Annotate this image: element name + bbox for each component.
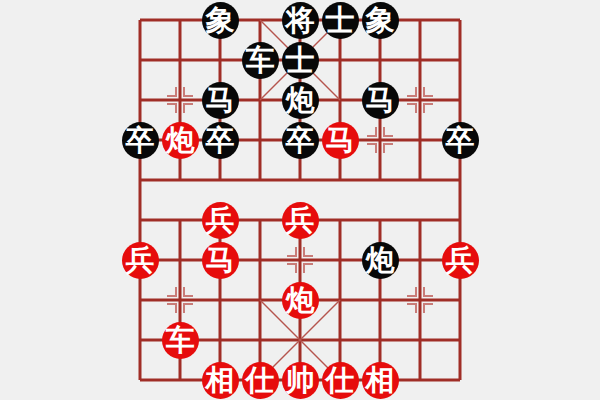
xiangqi-app: 象将士象车士马炮马卒炮卒卒马卒兵兵兵马炮兵炮车相仕帅仕相	[0, 0, 600, 400]
piece-red-elephant[interactable]: 相	[202, 362, 239, 399]
piece-black-pawn[interactable]: 卒	[282, 122, 319, 159]
piece-red-horse[interactable]: 马	[322, 122, 359, 159]
piece-black-cannon[interactable]: 炮	[362, 242, 399, 279]
piece-red-advisor[interactable]: 仕	[322, 362, 359, 399]
xiangqi-board[interactable]: 象将士象车士马炮马卒炮卒卒马卒兵兵兵马炮兵炮车相仕帅仕相	[120, 0, 480, 400]
piece-red-pawn[interactable]: 兵	[442, 242, 479, 279]
piece-black-rook[interactable]: 车	[242, 42, 279, 79]
piece-red-advisor[interactable]: 仕	[242, 362, 279, 399]
piece-black-pawn[interactable]: 卒	[122, 122, 159, 159]
piece-black-pawn[interactable]: 卒	[202, 122, 239, 159]
piece-red-pawn[interactable]: 兵	[122, 242, 159, 279]
piece-black-advisor[interactable]: 士	[282, 42, 319, 79]
piece-black-horse[interactable]: 马	[362, 82, 399, 119]
piece-red-rook[interactable]: 车	[162, 322, 199, 359]
piece-red-elephant[interactable]: 相	[362, 362, 399, 399]
piece-red-cannon[interactable]: 炮	[282, 282, 319, 319]
piece-red-general[interactable]: 帅	[282, 362, 319, 399]
piece-black-general[interactable]: 将	[282, 2, 319, 39]
piece-black-cannon[interactable]: 炮	[282, 82, 319, 119]
piece-black-pawn[interactable]: 卒	[442, 122, 479, 159]
piece-black-elephant[interactable]: 象	[202, 2, 239, 39]
piece-red-horse[interactable]: 马	[202, 242, 239, 279]
piece-red-pawn[interactable]: 兵	[282, 202, 319, 239]
piece-black-elephant[interactable]: 象	[362, 2, 399, 39]
piece-red-pawn[interactable]: 兵	[202, 202, 239, 239]
piece-black-horse[interactable]: 马	[202, 82, 239, 119]
piece-black-advisor[interactable]: 士	[322, 2, 359, 39]
piece-red-cannon[interactable]: 炮	[162, 122, 199, 159]
